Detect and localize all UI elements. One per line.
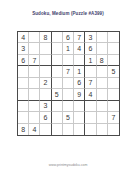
cell-r5c4 [52, 78, 63, 89]
cell-r3c1: 6 [18, 55, 29, 66]
cell-r9c4 [52, 124, 63, 135]
cell-r1c1: 4 [18, 32, 29, 43]
cell-r2c4 [52, 43, 63, 54]
cell-r4c4 [52, 66, 63, 77]
cell-r9c1: 8 [18, 124, 29, 135]
cell-r5c5 [63, 78, 74, 89]
cell-r7c7 [85, 101, 96, 112]
cell-r8c4 [52, 112, 63, 123]
cell-r6c9 [108, 89, 119, 100]
cell-r7c3: 3 [40, 101, 51, 112]
cell-r3c5 [63, 55, 74, 66]
cell-r6c3 [40, 89, 51, 100]
cell-r3c9 [108, 55, 119, 66]
cell-r6c5 [63, 89, 74, 100]
cell-r8c2 [29, 112, 40, 123]
cell-r9c2: 4 [29, 124, 40, 135]
cell-r9c9 [108, 124, 119, 135]
cell-r5c8 [97, 78, 108, 89]
cell-r5c3: 2 [40, 78, 51, 89]
cell-r4c2 [29, 66, 40, 77]
cell-r7c2 [29, 101, 40, 112]
cell-r2c1: 3 [18, 43, 29, 54]
cell-r7c6 [74, 101, 85, 112]
cell-r8c9: 7 [108, 112, 119, 123]
cell-r2c9 [108, 43, 119, 54]
cell-r6c7: 4 [85, 89, 96, 100]
cell-r9c8 [97, 124, 108, 135]
cell-r4c6: 1 [74, 66, 85, 77]
cell-r4c8 [97, 66, 108, 77]
cell-r1c3: 8 [40, 32, 51, 43]
cell-r1c8 [97, 32, 108, 43]
cell-r4c5: 7 [63, 66, 74, 77]
cell-r6c2 [29, 89, 40, 100]
cell-r4c9: 5 [108, 66, 119, 77]
cell-r9c6 [74, 124, 85, 135]
cell-r7c4 [52, 101, 63, 112]
cell-r8c7 [85, 112, 96, 123]
cell-r2c8 [97, 43, 108, 54]
cell-r1c6: 7 [74, 32, 85, 43]
cell-r4c1 [18, 66, 29, 77]
cell-r5c1 [18, 78, 29, 89]
cell-r8c5: 5 [63, 112, 74, 123]
cell-r9c3 [40, 124, 51, 135]
cell-r1c5: 6 [63, 32, 74, 43]
cell-r6c4: 5 [52, 89, 63, 100]
cell-r1c4 [52, 32, 63, 43]
sudoku-board: 4867331466718715267594365784 [17, 31, 120, 136]
cell-r8c6 [74, 112, 85, 123]
cell-r2c3 [40, 43, 51, 54]
cell-r2c5: 1 [63, 43, 74, 54]
footer-url: www.printmysudoku.com [0, 163, 136, 167]
cell-r1c2 [29, 32, 40, 43]
cell-r2c2 [29, 43, 40, 54]
cell-r3c8: 8 [97, 55, 108, 66]
cell-r7c5 [63, 101, 74, 112]
cell-r7c8 [97, 101, 108, 112]
cell-r3c4 [52, 55, 63, 66]
cell-r4c3 [40, 66, 51, 77]
cell-r7c9 [108, 101, 119, 112]
cell-r3c3 [40, 55, 51, 66]
cell-r1c7: 3 [85, 32, 96, 43]
cell-r1c9 [108, 32, 119, 43]
cell-r5c9 [108, 78, 119, 89]
cell-r2c7: 6 [85, 43, 96, 54]
cell-r9c5 [63, 124, 74, 135]
cell-r9c7 [85, 124, 96, 135]
cell-r8c8 [97, 112, 108, 123]
cell-r5c7: 7 [85, 78, 96, 89]
cell-r6c8 [97, 89, 108, 100]
cell-r8c1 [18, 112, 29, 123]
cell-r8c3: 6 [40, 112, 51, 123]
puzzle-title: Sudoku, Medium (Puzzle #A399) [0, 11, 136, 16]
cell-r6c1 [18, 89, 29, 100]
cell-r5c6: 6 [74, 78, 85, 89]
cell-r6c6: 9 [74, 89, 85, 100]
cell-r4c7 [85, 66, 96, 77]
cell-r3c6 [74, 55, 85, 66]
cell-r3c2: 7 [29, 55, 40, 66]
cell-r2c6: 4 [74, 43, 85, 54]
cell-r5c2 [29, 78, 40, 89]
cell-r7c1 [18, 101, 29, 112]
cell-r3c7: 1 [85, 55, 96, 66]
